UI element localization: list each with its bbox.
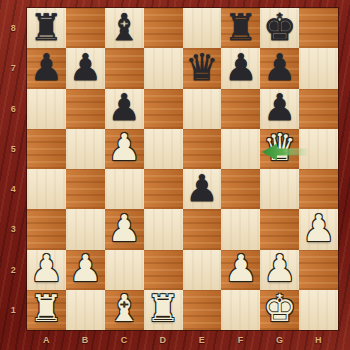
square-c8[interactable]: ♝: [105, 8, 144, 48]
square-e6[interactable]: [183, 89, 222, 129]
square-g8[interactable]: ♚: [260, 8, 299, 48]
square-e5[interactable]: [183, 129, 222, 169]
rank-label-7: 7: [0, 48, 27, 88]
file-label-a: A: [27, 330, 66, 350]
piece-black-rook-a8[interactable]: ♜: [30, 9, 63, 46]
piece-black-bishop-c8[interactable]: ♝: [108, 9, 141, 46]
file-label-c: C: [105, 330, 144, 350]
square-e2[interactable]: [183, 250, 222, 290]
square-a7[interactable]: ♟: [27, 48, 66, 88]
square-a2[interactable]: ♟: [27, 250, 66, 290]
piece-black-king-g8[interactable]: ♚: [263, 9, 296, 46]
square-g4[interactable]: [260, 169, 299, 209]
square-c1[interactable]: ♝: [105, 290, 144, 330]
square-c3[interactable]: ♟: [105, 209, 144, 249]
piece-black-pawn-a7[interactable]: ♟: [30, 49, 63, 86]
square-a8[interactable]: ♜: [27, 8, 66, 48]
square-d2[interactable]: [144, 250, 183, 290]
square-c7[interactable]: [105, 48, 144, 88]
file-label-b: B: [66, 330, 105, 350]
square-h7[interactable]: [299, 48, 338, 88]
square-d3[interactable]: [144, 209, 183, 249]
rank-label-4: 4: [0, 169, 27, 209]
rank-label-5: 5: [0, 129, 27, 169]
piece-black-queen-e7[interactable]: ♛: [185, 49, 218, 86]
rank-label-3: 3: [0, 209, 27, 249]
square-a4[interactable]: [27, 169, 66, 209]
square-g3[interactable]: [260, 209, 299, 249]
square-g5[interactable]: ♛: [260, 129, 299, 169]
square-a6[interactable]: [27, 89, 66, 129]
piece-black-pawn-f7[interactable]: ♟: [224, 49, 257, 86]
square-b8[interactable]: [66, 8, 105, 48]
square-f8[interactable]: ♜: [221, 8, 260, 48]
square-b2[interactable]: ♟: [66, 250, 105, 290]
square-e3[interactable]: [183, 209, 222, 249]
square-c5[interactable]: ♟: [105, 129, 144, 169]
square-d8[interactable]: [144, 8, 183, 48]
piece-white-pawn-f2[interactable]: ♟: [224, 250, 257, 287]
square-c2[interactable]: [105, 250, 144, 290]
square-f5[interactable]: [221, 129, 260, 169]
square-h2[interactable]: [299, 250, 338, 290]
square-f7[interactable]: ♟: [221, 48, 260, 88]
square-b5[interactable]: [66, 129, 105, 169]
piece-white-pawn-g2[interactable]: ♟: [263, 250, 296, 287]
square-g7[interactable]: ♟: [260, 48, 299, 88]
file-label-e: E: [183, 330, 222, 350]
chess-board-diagram: ♜♝♜♚♟♟♛♟♟♟♟♟♛♟♟♟♟♟♟♟♜♝♜♚ 87654321 ABCDEF…: [0, 0, 350, 350]
square-g1[interactable]: ♚: [260, 290, 299, 330]
square-d5[interactable]: [144, 129, 183, 169]
square-f1[interactable]: [221, 290, 260, 330]
square-d6[interactable]: [144, 89, 183, 129]
piece-black-rook-f8[interactable]: ♜: [224, 9, 257, 46]
file-label-f: F: [221, 330, 260, 350]
piece-black-pawn-c6[interactable]: ♟: [108, 89, 141, 126]
square-h3[interactable]: ♟: [299, 209, 338, 249]
file-label-d: D: [144, 330, 183, 350]
square-d4[interactable]: [144, 169, 183, 209]
square-f2[interactable]: ♟: [221, 250, 260, 290]
square-e1[interactable]: [183, 290, 222, 330]
square-b4[interactable]: [66, 169, 105, 209]
square-c4[interactable]: [105, 169, 144, 209]
square-f4[interactable]: [221, 169, 260, 209]
square-g2[interactable]: ♟: [260, 250, 299, 290]
file-label-h: H: [299, 330, 338, 350]
square-b7[interactable]: ♟: [66, 48, 105, 88]
square-e4[interactable]: ♟: [183, 169, 222, 209]
square-d7[interactable]: [144, 48, 183, 88]
square-f6[interactable]: [221, 89, 260, 129]
piece-white-pawn-a2[interactable]: ♟: [30, 250, 63, 287]
piece-white-king-g1[interactable]: ♚: [263, 290, 296, 327]
square-c6[interactable]: ♟: [105, 89, 144, 129]
piece-white-pawn-c5[interactable]: ♟: [108, 129, 141, 166]
square-d1[interactable]: ♜: [144, 290, 183, 330]
piece-white-pawn-b2[interactable]: ♟: [69, 250, 102, 287]
square-e7[interactable]: ♛: [183, 48, 222, 88]
square-a3[interactable]: [27, 209, 66, 249]
piece-black-pawn-g7[interactable]: ♟: [263, 49, 296, 86]
square-b6[interactable]: [66, 89, 105, 129]
piece-white-pawn-h3[interactable]: ♟: [302, 210, 335, 247]
piece-white-queen-g5[interactable]: ♛: [263, 129, 296, 166]
square-a1[interactable]: ♜: [27, 290, 66, 330]
piece-white-pawn-c3[interactable]: ♟: [108, 210, 141, 247]
square-h6[interactable]: [299, 89, 338, 129]
piece-black-pawn-e4[interactable]: ♟: [185, 170, 218, 207]
piece-white-rook-d1[interactable]: ♜: [146, 290, 179, 327]
file-coordinates: ABCDEFGH: [27, 330, 338, 350]
chess-board: ♜♝♜♚♟♟♛♟♟♟♟♟♛♟♟♟♟♟♟♟♜♝♜♚: [27, 8, 338, 330]
square-h5[interactable]: [299, 129, 338, 169]
rank-label-1: 1: [0, 290, 27, 330]
square-h8[interactable]: [299, 8, 338, 48]
file-label-g: G: [260, 330, 299, 350]
square-b1[interactable]: [66, 290, 105, 330]
rank-label-8: 8: [0, 8, 27, 48]
square-h1[interactable]: [299, 290, 338, 330]
square-a5[interactable]: [27, 129, 66, 169]
rank-label-6: 6: [0, 89, 27, 129]
square-h4[interactable]: [299, 169, 338, 209]
piece-white-rook-a1[interactable]: ♜: [30, 290, 63, 327]
square-g6[interactable]: ♟: [260, 89, 299, 129]
piece-white-bishop-c1[interactable]: ♝: [108, 290, 141, 327]
square-e8[interactable]: [183, 8, 222, 48]
square-b3[interactable]: [66, 209, 105, 249]
rank-label-2: 2: [0, 250, 27, 290]
piece-black-pawn-g6[interactable]: ♟: [263, 89, 296, 126]
rank-coordinates: 87654321: [0, 8, 27, 330]
piece-black-pawn-b7[interactable]: ♟: [69, 49, 102, 86]
square-f3[interactable]: [221, 209, 260, 249]
